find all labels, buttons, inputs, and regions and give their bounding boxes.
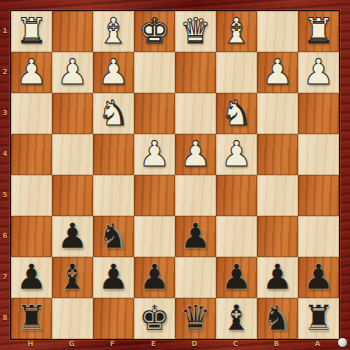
- square-e4[interactable]: ♟: [134, 134, 175, 175]
- square-d5[interactable]: [175, 175, 216, 216]
- piece-white-pawn: ♟: [139, 137, 170, 172]
- square-c8[interactable]: ♝: [216, 298, 257, 339]
- square-f8[interactable]: [93, 298, 134, 339]
- square-d6[interactable]: ♟: [175, 216, 216, 257]
- rank-label-2: 2: [1, 51, 9, 92]
- rank-label-5: 5: [1, 174, 9, 215]
- piece-black-pawn: ♟: [303, 260, 334, 295]
- piece-white-pawn: ♟: [221, 137, 252, 172]
- square-d2[interactable]: [175, 52, 216, 93]
- piece-black-rook: ♜: [16, 301, 47, 336]
- square-h7[interactable]: ♟: [11, 257, 52, 298]
- piece-black-bishop: ♝: [57, 260, 88, 295]
- piece-black-king: ♚: [139, 301, 170, 336]
- square-b8[interactable]: ♞: [257, 298, 298, 339]
- file-label-c: C: [215, 339, 256, 349]
- square-a5[interactable]: [298, 175, 339, 216]
- file-label-a: A: [297, 339, 338, 349]
- piece-white-bishop: ♝: [221, 14, 252, 49]
- square-c1[interactable]: ♝: [216, 11, 257, 52]
- square-h5[interactable]: [11, 175, 52, 216]
- square-e3[interactable]: [134, 93, 175, 134]
- square-e1[interactable]: ♚: [134, 11, 175, 52]
- square-f7[interactable]: ♟: [93, 257, 134, 298]
- square-a2[interactable]: ♟: [298, 52, 339, 93]
- square-h8[interactable]: ♜: [11, 298, 52, 339]
- piece-black-pawn: ♟: [262, 260, 293, 295]
- square-c7[interactable]: ♟: [216, 257, 257, 298]
- square-d4[interactable]: ♟: [175, 134, 216, 175]
- square-f5[interactable]: [93, 175, 134, 216]
- piece-white-pawn: ♟: [303, 55, 334, 90]
- square-g5[interactable]: [52, 175, 93, 216]
- piece-black-knight: ♞: [262, 301, 293, 336]
- square-d7[interactable]: [175, 257, 216, 298]
- piece-black-pawn: ♟: [139, 260, 170, 295]
- square-e5[interactable]: [134, 175, 175, 216]
- square-b5[interactable]: [257, 175, 298, 216]
- square-g7[interactable]: ♝: [52, 257, 93, 298]
- square-e2[interactable]: [134, 52, 175, 93]
- square-f6[interactable]: ♞: [93, 216, 134, 257]
- square-b2[interactable]: ♟: [257, 52, 298, 93]
- square-c6[interactable]: [216, 216, 257, 257]
- square-b7[interactable]: ♟: [257, 257, 298, 298]
- piece-white-knight: ♞: [221, 96, 252, 131]
- piece-black-queen: ♛: [180, 301, 211, 336]
- chess-board-frame: ♜♝♚♛♝♜♟♟♟♟♟♞♞♟♟♟♟♞♟♟♝♟♟♟♟♟♜♚♛♝♞♜ 1H2G3F4…: [0, 0, 350, 350]
- piece-white-rook: ♜: [16, 14, 47, 49]
- square-g6[interactable]: ♟: [52, 216, 93, 257]
- square-g1[interactable]: [52, 11, 93, 52]
- square-h3[interactable]: [11, 93, 52, 134]
- square-h6[interactable]: [11, 216, 52, 257]
- file-label-b: B: [256, 339, 297, 349]
- piece-white-knight: ♞: [98, 96, 129, 131]
- piece-black-knight: ♞: [98, 219, 129, 254]
- rank-label-3: 3: [1, 92, 9, 133]
- square-h1[interactable]: ♜: [11, 11, 52, 52]
- rank-label-7: 7: [1, 256, 9, 297]
- rank-label-8: 8: [1, 297, 9, 338]
- piece-black-pawn: ♟: [221, 260, 252, 295]
- square-h2[interactable]: ♟: [11, 52, 52, 93]
- piece-white-pawn: ♟: [57, 55, 88, 90]
- square-f4[interactable]: [93, 134, 134, 175]
- square-e6[interactable]: [134, 216, 175, 257]
- piece-black-pawn: ♟: [98, 260, 129, 295]
- piece-white-pawn: ♟: [16, 55, 47, 90]
- piece-white-pawn: ♟: [98, 55, 129, 90]
- square-g8[interactable]: [52, 298, 93, 339]
- turn-indicator-dot: [338, 338, 347, 347]
- square-d3[interactable]: [175, 93, 216, 134]
- square-f2[interactable]: ♟: [93, 52, 134, 93]
- square-f3[interactable]: ♞: [93, 93, 134, 134]
- file-label-e: E: [133, 339, 174, 349]
- rank-label-1: 1: [1, 10, 9, 51]
- rank-label-4: 4: [1, 133, 9, 174]
- piece-black-pawn: ♟: [57, 219, 88, 254]
- piece-white-pawn: ♟: [180, 137, 211, 172]
- piece-white-bishop: ♝: [98, 14, 129, 49]
- piece-black-rook: ♜: [303, 301, 334, 336]
- chess-board: ♜♝♚♛♝♜♟♟♟♟♟♞♞♟♟♟♟♞♟♟♝♟♟♟♟♟♜♚♛♝♞♜: [10, 10, 340, 340]
- piece-black-pawn: ♟: [16, 260, 47, 295]
- square-b3[interactable]: [257, 93, 298, 134]
- square-g3[interactable]: [52, 93, 93, 134]
- square-a7[interactable]: ♟: [298, 257, 339, 298]
- square-e8[interactable]: ♚: [134, 298, 175, 339]
- square-g2[interactable]: ♟: [52, 52, 93, 93]
- square-a6[interactable]: [298, 216, 339, 257]
- square-g4[interactable]: [52, 134, 93, 175]
- square-a1[interactable]: ♜: [298, 11, 339, 52]
- piece-black-bishop: ♝: [221, 301, 252, 336]
- square-c4[interactable]: ♟: [216, 134, 257, 175]
- square-b4[interactable]: [257, 134, 298, 175]
- square-a4[interactable]: [298, 134, 339, 175]
- square-f1[interactable]: ♝: [93, 11, 134, 52]
- square-d8[interactable]: ♛: [175, 298, 216, 339]
- square-a8[interactable]: ♜: [298, 298, 339, 339]
- piece-white-pawn: ♟: [262, 55, 293, 90]
- square-c3[interactable]: ♞: [216, 93, 257, 134]
- file-label-h: H: [10, 339, 51, 349]
- square-e7[interactable]: ♟: [134, 257, 175, 298]
- piece-white-king: ♚: [139, 14, 170, 49]
- piece-white-rook: ♜: [303, 14, 334, 49]
- square-c5[interactable]: [216, 175, 257, 216]
- file-label-d: D: [174, 339, 215, 349]
- piece-black-pawn: ♟: [180, 219, 211, 254]
- square-h4[interactable]: [11, 134, 52, 175]
- square-c2[interactable]: [216, 52, 257, 93]
- square-a3[interactable]: [298, 93, 339, 134]
- square-b6[interactable]: [257, 216, 298, 257]
- square-d1[interactable]: ♛: [175, 11, 216, 52]
- file-label-f: F: [92, 339, 133, 349]
- square-b1[interactable]: [257, 11, 298, 52]
- file-label-g: G: [51, 339, 92, 349]
- rank-label-6: 6: [1, 215, 9, 256]
- piece-white-queen: ♛: [180, 14, 211, 49]
